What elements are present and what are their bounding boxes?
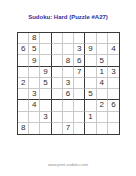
cell-r6c7: 5 (85, 89, 96, 100)
cell-r6c1 (18, 89, 29, 100)
cell-r6c4 (52, 89, 63, 100)
cell-r3c2: 9 (29, 55, 40, 66)
cell-r2c3 (40, 44, 51, 55)
cell-r2c7: 9 (85, 44, 96, 55)
cell-r8c2 (29, 112, 40, 123)
cell-r7c4 (52, 100, 63, 111)
cell-r3c7 (85, 55, 96, 66)
cell-r2c1: 6 (18, 44, 29, 55)
cell-r1c6 (74, 33, 85, 44)
footer-url: www.print-sudoku.com (0, 162, 136, 167)
cell-r6c6 (74, 89, 85, 100)
cell-r6c2: 3 (29, 89, 40, 100)
cell-r2c9: 4 (108, 44, 119, 55)
cell-r5c2 (29, 78, 40, 89)
cell-r9c6 (74, 123, 85, 134)
printable-page: Sudoku: Hard (Puzzle #A27) 8653949865971… (0, 0, 136, 176)
cell-r7c6 (74, 100, 85, 111)
cell-r3c8: 5 (97, 55, 108, 66)
cell-r5c5: 3 (63, 78, 74, 89)
cell-r9c9 (108, 123, 119, 134)
cell-r4c2 (29, 67, 40, 78)
cell-r8c1 (18, 112, 29, 123)
cell-r1c2: 8 (29, 33, 40, 44)
cell-r4c5 (63, 67, 74, 78)
cell-r3c6: 6 (74, 55, 85, 66)
cell-r3c1 (18, 55, 29, 66)
cell-r8c3: 3 (40, 112, 51, 123)
cell-r8c6 (74, 112, 85, 123)
cell-r5c7 (85, 78, 96, 89)
cell-r9c7 (85, 123, 96, 134)
cell-r9c8 (97, 123, 108, 134)
cell-r6c9 (108, 89, 119, 100)
cell-r5c6 (74, 78, 85, 89)
cell-r2c6: 3 (74, 44, 85, 55)
cell-r7c3 (40, 100, 51, 111)
cell-r2c5 (63, 44, 74, 55)
cell-r8c5 (63, 112, 74, 123)
cell-r5c8: 4 (97, 78, 108, 89)
cell-r5c1: 2 (18, 78, 29, 89)
cell-r8c7: 1 (85, 112, 96, 123)
cell-r2c2: 5 (29, 44, 40, 55)
cell-r4c8: 1 (97, 67, 108, 78)
cell-r3c5: 8 (63, 55, 74, 66)
cell-r1c7 (85, 33, 96, 44)
cell-r9c4 (52, 123, 63, 134)
cell-r8c8 (97, 112, 108, 123)
cell-r9c3 (40, 123, 51, 134)
cell-r1c1 (18, 33, 29, 44)
cell-r7c9: 6 (108, 100, 119, 111)
cell-r9c2 (29, 123, 40, 134)
cell-r1c5 (63, 33, 74, 44)
cell-r6c5: 6 (63, 89, 74, 100)
cell-r4c1 (18, 67, 29, 78)
cell-r7c5 (63, 100, 74, 111)
cell-r7c8: 2 (97, 100, 108, 111)
cell-r5c3: 5 (40, 78, 51, 89)
cell-r6c8 (97, 89, 108, 100)
sudoku-board: 8653949865971325343654263187 (17, 32, 120, 135)
cell-r2c8 (97, 44, 108, 55)
cell-r8c9 (108, 112, 119, 123)
cell-r1c4 (52, 33, 63, 44)
page-title: Sudoku: Hard (Puzzle #A27) (0, 13, 136, 21)
cell-r4c3: 9 (40, 67, 51, 78)
cell-r1c3 (40, 33, 51, 44)
cell-r3c3 (40, 55, 51, 66)
cell-r4c7 (85, 67, 96, 78)
cell-r5c9 (108, 78, 119, 89)
cell-r1c9 (108, 33, 119, 44)
cell-r6c3 (40, 89, 51, 100)
cell-r7c2: 4 (29, 100, 40, 111)
cell-r9c5: 7 (63, 123, 74, 134)
cell-r3c9 (108, 55, 119, 66)
cell-r9c1: 8 (18, 123, 29, 134)
cell-r1c8 (97, 33, 108, 44)
cell-r4c4 (52, 67, 63, 78)
cell-r7c7 (85, 100, 96, 111)
cell-r4c6: 7 (74, 67, 85, 78)
cell-r8c4 (52, 112, 63, 123)
cell-r4c9: 3 (108, 67, 119, 78)
cell-r5c4 (52, 78, 63, 89)
cell-r7c1 (18, 100, 29, 111)
cell-r3c4 (52, 55, 63, 66)
cell-r2c4 (52, 44, 63, 55)
